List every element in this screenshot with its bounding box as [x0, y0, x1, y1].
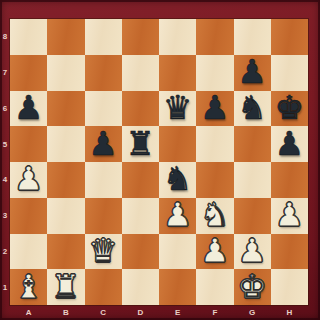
piece-white-queen[interactable]: ♛ [88, 234, 118, 267]
piece-black-knight[interactable]: ♞ [163, 162, 193, 195]
square-a2[interactable] [10, 234, 47, 270]
piece-black-knight[interactable]: ♞ [237, 91, 267, 124]
square-c8[interactable] [85, 19, 122, 55]
chess-board: ♟♟♛♟♞♚♟♜♟♟♞♟♞♟♛♟♟♝♜♚ [10, 19, 308, 305]
square-c6[interactable] [85, 91, 122, 127]
square-c2[interactable]: ♛ [85, 234, 122, 270]
rank-label-7: 7 [0, 55, 10, 91]
file-label-e: E [159, 305, 196, 319]
square-d5[interactable]: ♜ [122, 126, 159, 162]
square-c5[interactable]: ♟ [85, 126, 122, 162]
square-g5[interactable] [234, 126, 271, 162]
square-f1[interactable] [196, 269, 233, 305]
square-h3[interactable]: ♟ [271, 198, 308, 234]
piece-white-pawn[interactable]: ♟ [163, 198, 193, 231]
piece-white-pawn[interactable]: ♟ [200, 234, 230, 267]
square-h4[interactable] [271, 162, 308, 198]
square-e3[interactable]: ♟ [159, 198, 196, 234]
square-b7[interactable] [47, 55, 84, 91]
piece-white-rook[interactable]: ♜ [51, 270, 81, 303]
square-g7[interactable]: ♟ [234, 55, 271, 91]
square-b1[interactable]: ♜ [47, 269, 84, 305]
square-f4[interactable] [196, 162, 233, 198]
square-d7[interactable] [122, 55, 159, 91]
square-a5[interactable] [10, 126, 47, 162]
file-label-f: F [196, 305, 233, 319]
file-label-h: H [271, 305, 308, 319]
piece-black-queen[interactable]: ♛ [163, 91, 193, 124]
square-b4[interactable] [47, 162, 84, 198]
square-b2[interactable] [47, 234, 84, 270]
square-b3[interactable] [47, 198, 84, 234]
piece-white-bishop[interactable]: ♝ [14, 270, 44, 303]
piece-black-pawn[interactable]: ♟ [200, 91, 230, 124]
square-d2[interactable] [122, 234, 159, 270]
square-g4[interactable] [234, 162, 271, 198]
square-g8[interactable] [234, 19, 271, 55]
square-h2[interactable] [271, 234, 308, 270]
file-label-c: C [85, 305, 122, 319]
square-h1[interactable] [271, 269, 308, 305]
square-f7[interactable] [196, 55, 233, 91]
square-h7[interactable] [271, 55, 308, 91]
square-c1[interactable] [85, 269, 122, 305]
square-f2[interactable]: ♟ [196, 234, 233, 270]
piece-black-pawn[interactable]: ♟ [14, 91, 44, 124]
square-d8[interactable] [122, 19, 159, 55]
square-a4[interactable]: ♟ [10, 162, 47, 198]
rank-label-8: 8 [0, 19, 10, 55]
square-h8[interactable] [271, 19, 308, 55]
square-e5[interactable] [159, 126, 196, 162]
piece-white-pawn[interactable]: ♟ [275, 198, 305, 231]
square-e6[interactable]: ♛ [159, 91, 196, 127]
file-label-g: G [234, 305, 271, 319]
piece-black-pawn[interactable]: ♟ [88, 127, 118, 160]
piece-white-knight[interactable]: ♞ [200, 198, 230, 231]
square-d1[interactable] [122, 269, 159, 305]
rank-label-6: 6 [0, 91, 10, 127]
square-e4[interactable]: ♞ [159, 162, 196, 198]
rank-label-5: 5 [0, 126, 10, 162]
square-b6[interactable] [47, 91, 84, 127]
square-c4[interactable] [85, 162, 122, 198]
square-c7[interactable] [85, 55, 122, 91]
piece-black-king[interactable]: ♚ [275, 91, 305, 124]
square-d4[interactable] [122, 162, 159, 198]
square-e7[interactable] [159, 55, 196, 91]
file-labels: ABCDEFGH [10, 305, 308, 319]
piece-white-king[interactable]: ♚ [237, 270, 267, 303]
square-f5[interactable] [196, 126, 233, 162]
square-a3[interactable] [10, 198, 47, 234]
square-a8[interactable] [10, 19, 47, 55]
square-h6[interactable]: ♚ [271, 91, 308, 127]
rank-label-3: 3 [0, 198, 10, 234]
file-label-b: B [47, 305, 84, 319]
file-label-d: D [122, 305, 159, 319]
square-d6[interactable] [122, 91, 159, 127]
rank-label-4: 4 [0, 162, 10, 198]
square-a1[interactable]: ♝ [10, 269, 47, 305]
piece-black-pawn[interactable]: ♟ [237, 55, 267, 88]
square-g3[interactable] [234, 198, 271, 234]
square-h5[interactable]: ♟ [271, 126, 308, 162]
square-a6[interactable]: ♟ [10, 91, 47, 127]
square-f6[interactable]: ♟ [196, 91, 233, 127]
square-f3[interactable]: ♞ [196, 198, 233, 234]
piece-white-pawn[interactable]: ♟ [14, 162, 44, 195]
square-b8[interactable] [47, 19, 84, 55]
square-b5[interactable] [47, 126, 84, 162]
file-label-a: A [10, 305, 47, 319]
square-d3[interactable] [122, 198, 159, 234]
rank-labels: 87654321 [0, 19, 10, 305]
square-c3[interactable] [85, 198, 122, 234]
square-f8[interactable] [196, 19, 233, 55]
square-g2[interactable]: ♟ [234, 234, 271, 270]
rank-label-1: 1 [0, 269, 10, 305]
square-e1[interactable] [159, 269, 196, 305]
piece-white-pawn[interactable]: ♟ [237, 234, 267, 267]
rank-label-2: 2 [0, 234, 10, 270]
square-e2[interactable] [159, 234, 196, 270]
piece-black-pawn[interactable]: ♟ [275, 127, 305, 160]
square-a7[interactable] [10, 55, 47, 91]
square-g6[interactable]: ♞ [234, 91, 271, 127]
square-e8[interactable] [159, 19, 196, 55]
square-g1[interactable]: ♚ [234, 269, 271, 305]
piece-black-rook[interactable]: ♜ [126, 127, 156, 160]
chessboard-frame: 87654321 ABCDEFGH ♟♟♛♟♞♚♟♜♟♟♞♟♞♟♛♟♟♝♜♚ [0, 0, 320, 320]
